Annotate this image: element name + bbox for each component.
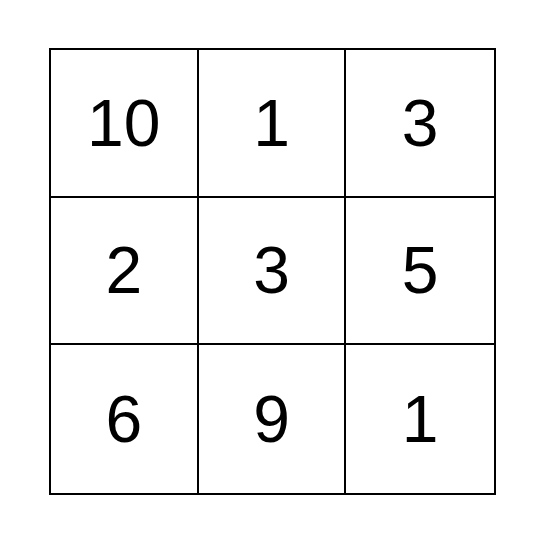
cell-value: 3 xyxy=(402,90,439,156)
cell-value: 5 xyxy=(402,237,439,303)
page-canvas: 10 1 3 2 3 5 6 9 1 xyxy=(0,0,544,544)
grid-cell-r3c3[interactable]: 1 xyxy=(346,345,494,493)
cell-value: 10 xyxy=(87,90,160,156)
cell-value: 9 xyxy=(253,386,290,452)
cell-value: 2 xyxy=(105,237,142,303)
cell-value: 6 xyxy=(105,386,142,452)
grid-cell-r2c3[interactable]: 5 xyxy=(346,198,494,346)
cell-value: 1 xyxy=(402,386,439,452)
cell-value: 3 xyxy=(253,237,290,303)
number-grid-board: 10 1 3 2 3 5 6 9 1 xyxy=(49,48,496,495)
grid-cell-r1c1[interactable]: 10 xyxy=(51,50,199,198)
cell-value: 1 xyxy=(253,90,290,156)
grid-cell-r1c2[interactable]: 1 xyxy=(199,50,347,198)
grid-cell-r3c1[interactable]: 6 xyxy=(51,345,199,493)
grid-cell-r2c2[interactable]: 3 xyxy=(199,198,347,346)
grid-cell-r1c3[interactable]: 3 xyxy=(346,50,494,198)
grid-cell-r2c1[interactable]: 2 xyxy=(51,198,199,346)
grid-cell-r3c2[interactable]: 9 xyxy=(199,345,347,493)
